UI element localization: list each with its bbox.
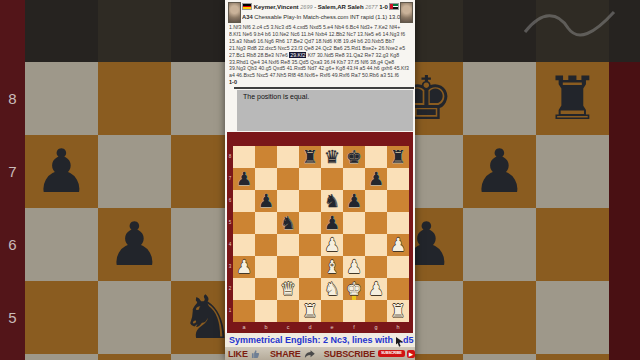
square-h7 [387,168,409,190]
square-a4 [233,234,255,256]
piece-white-pawn-g2: ♟ [365,278,387,300]
result-line: 1-0 [229,79,237,85]
square-e8: ♛ [321,146,343,168]
square-g1 [365,300,387,322]
watermark-squiggle [520,4,620,40]
players-separator: - [314,4,316,10]
rank-label-1: 1 [227,300,233,322]
square-g7: ♟ [365,168,387,190]
white-player-elo: 2699 [300,4,312,10]
white-player-photo [228,2,241,23]
rank-label-7: 7 [227,168,233,190]
square-c2: ♛ [277,278,299,300]
like-button[interactable]: LIKE [228,349,248,359]
square-d6 [299,190,321,212]
piece-black-pawn-b6: ♟ [255,190,277,212]
square-g7: ♟ [463,135,536,208]
white-player-name: Keymer,Vincent [254,4,299,10]
square-b4 [98,354,171,360]
square-b6: ♟ [98,208,171,281]
square-d1: ♜ [299,300,321,322]
annotation-box: The position is equal. [237,90,413,131]
square-e6: ♞ [321,190,343,212]
square-f1 [343,300,365,322]
cta-bar: LIKE SHARE SUBSCRIBE SUBSCRIBE ▶ [225,347,415,360]
square-c8 [277,146,299,168]
piece-black-pawn-a7: ♟ [25,135,98,208]
file-label-a: a [233,321,255,333]
square-d3 [299,256,321,278]
piece-black-knight-e6: ♞ [321,190,343,212]
square-g2: ♟ [365,278,387,300]
square-b8 [255,146,277,168]
square-d7 [299,168,321,190]
square-c7 [277,168,299,190]
game-result: 1-0 [379,4,388,10]
file-label-d: d [299,321,321,333]
piece-black-rook-h8: ♜ [387,146,409,168]
square-e4: ♟ [321,234,343,256]
square-h5 [536,281,609,354]
current-move-highlight: 29.Kf2 [289,52,306,58]
rank-label-5: 5 [227,212,233,234]
square-f4 [343,234,365,256]
background-rank-label-5: 5 [0,281,25,354]
square-f7 [343,168,365,190]
piece-white-pawn-e4: ♟ [321,234,343,256]
game-header: Keymer,Vincent 2699 - Salem,AR Saleh 267… [242,2,400,12]
square-b5 [98,281,171,354]
subscribe-label[interactable]: SUBSCRIBE [324,349,375,359]
chessboard-squares: ♜♛♚♜♟♟♟♞♟♞♟♟♟♟♝♟♛♞♚♟♜♜ [233,146,409,322]
square-c4 [277,234,299,256]
square-a8 [25,62,98,135]
square-b4 [255,234,277,256]
separator-rule [234,87,414,89]
square-g5 [365,212,387,234]
square-h5 [387,212,409,234]
file-label-h: h [387,321,409,333]
square-d4 [299,234,321,256]
share-arrow-icon[interactable] [304,349,315,359]
piece-white-rook-d1: ♜ [299,300,321,322]
piece-white-pawn-f3: ♟ [343,256,365,278]
rank-label-4: 4 [227,234,233,256]
piece-white-pawn-h4: ♟ [536,354,609,360]
square-b7 [255,168,277,190]
file-label-g: g [365,321,387,333]
eco-code: A34 [242,14,253,20]
square-f5 [343,212,365,234]
rank-label-6: 6 [227,190,233,212]
square-h2 [387,278,409,300]
uae-flag-icon [389,3,399,10]
share-button[interactable]: SHARE [270,349,301,359]
square-a4 [25,354,98,360]
square-g5 [463,281,536,354]
analysis-panel: Keymer,Vincent 2699 - Salem,AR Saleh 267… [225,0,415,360]
square-e3: ♝ [321,256,343,278]
background-rank-label-7: 7 [0,135,25,208]
piece-black-king-f8: ♚ [343,146,365,168]
rank-label-3: 3 [227,256,233,278]
square-g4 [463,354,536,360]
square-a6 [25,208,98,281]
square-f3: ♟ [343,256,365,278]
piece-white-king-f2: ♚ [343,278,365,300]
square-c1 [277,300,299,322]
background-rank-label-8: 8 [0,62,25,135]
piece-black-pawn-g7: ♟ [365,168,387,190]
piece-white-queen-c2: ♛ [277,278,299,300]
square-b6: ♟ [255,190,277,212]
square-b2 [255,278,277,300]
piece-black-rook-d8: ♜ [299,146,321,168]
square-b3 [255,256,277,278]
black-player-name: Salem,AR Saleh [318,4,364,10]
thumbs-up-icon[interactable] [251,349,260,359]
file-label-e: e [321,321,343,333]
square-a6 [233,190,255,212]
square-e7 [321,168,343,190]
square-h3 [387,256,409,278]
square-a3: ♟ [233,256,255,278]
square-b5 [255,212,277,234]
germany-flag-icon [242,3,252,10]
file-label-f: f [343,321,365,333]
square-b8 [98,62,171,135]
event-line: A34 Chessable Play-In Match-chess.com IN… [242,12,400,22]
square-h8: ♜ [536,62,609,135]
cursor-icon [396,337,404,348]
black-player-photo [400,2,413,23]
square-e1 [321,300,343,322]
square-a5 [233,212,255,234]
chessboard-diagram: ♜♛♚♜♟♟♟♞♟♞♟♟♟♟♝♟♛♞♚♟♜♜ 87654321 abcdefgh [227,132,413,333]
piece-black-pawn-e5: ♟ [321,212,343,234]
square-c3 [277,256,299,278]
square-h6 [536,208,609,281]
square-h4: ♟ [387,234,409,256]
background-rank-label-6: 6 [0,208,25,281]
square-b7 [98,135,171,208]
square-a7: ♟ [25,135,98,208]
square-h8: ♜ [387,146,409,168]
piece-black-pawn-f6: ♟ [343,190,365,212]
square-h1: ♜ [387,300,409,322]
piece-white-pawn-a3: ♟ [233,256,255,278]
piece-white-knight-e2: ♞ [321,278,343,300]
square-d5 [299,212,321,234]
piece-black-knight-c5: ♞ [277,212,299,234]
square-f6: ♟ [343,190,365,212]
square-g3 [365,256,387,278]
square-g8 [463,62,536,135]
square-a1 [233,300,255,322]
piece-white-pawn-h4: ♟ [387,234,409,256]
square-d2 [299,278,321,300]
square-a8 [233,146,255,168]
square-f2: ♚ [343,278,365,300]
square-c6 [277,190,299,212]
rank-label-2: 2 [227,278,233,300]
rank-label-8: 8 [227,146,233,168]
piece-black-queen-e8: ♛ [321,146,343,168]
piece-white-bishop-e3: ♝ [321,256,343,278]
square-a5 [25,281,98,354]
piece-black-pawn-g7: ♟ [463,135,536,208]
move-list: 1.Nf3 Nf6 2.c4 c5 3.Nc3 d5 4.cxd5 Nxd5 5… [229,24,412,79]
background-rank-label-4: 4 [0,354,25,360]
annotation-text: The position is equal. [237,90,413,100]
square-h4: ♟ [536,354,609,360]
subscribe-button[interactable]: SUBSCRIBE [378,350,405,358]
square-h7 [536,135,609,208]
piece-black-pawn-b6: ♟ [98,208,171,281]
opening-caption: Symmetrical English: 2 Nc3, lines with .… [225,333,415,347]
piece-black-rook-h8: ♜ [536,62,609,135]
piece-white-rook-h1: ♜ [387,300,409,322]
square-a7: ♟ [233,168,255,190]
square-g4 [365,234,387,256]
file-label-b: b [255,321,277,333]
square-c5: ♞ [277,212,299,234]
square-h6 [387,190,409,212]
youtube-play-icon[interactable]: ▶ [407,350,415,358]
square-f8: ♚ [343,146,365,168]
square-g6 [463,208,536,281]
square-e2: ♞ [321,278,343,300]
file-label-c: c [277,321,299,333]
square-d8: ♜ [299,146,321,168]
piece-black-pawn-a7: ♟ [233,168,255,190]
black-player-elo: 2677 [365,4,377,10]
event-name: Chessable Play-In Match-chess.com INT ra… [254,14,400,20]
square-g6 [365,190,387,212]
square-b1 [255,300,277,322]
background-board-right-border [609,62,640,360]
square-e5: ♟ [321,212,343,234]
square-g8 [365,146,387,168]
square-a2 [233,278,255,300]
